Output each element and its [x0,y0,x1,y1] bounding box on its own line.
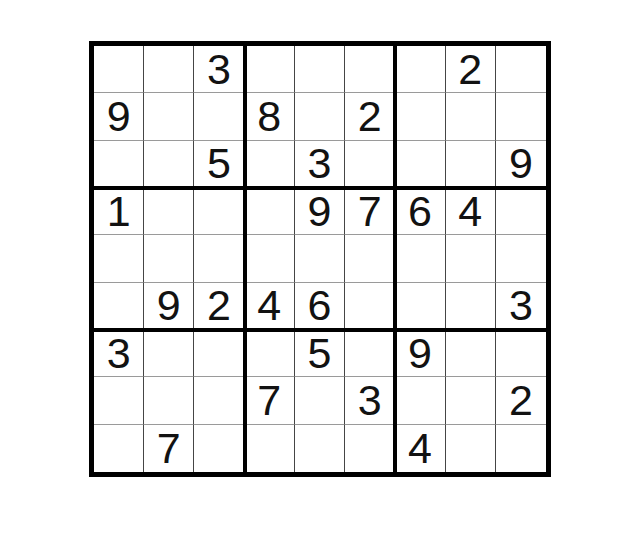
sudoku-cell-r4c8[interactable]: 4 [446,188,496,235]
sudoku-cell-r3c6[interactable] [345,141,395,188]
sudoku-cell-r5c4[interactable] [245,235,295,282]
sudoku-cell-r7c3[interactable] [194,330,244,377]
sudoku-cell-r6c8[interactable] [446,283,496,330]
sudoku-cell-r8c4[interactable]: 7 [245,377,295,424]
sudoku-cell-r8c6[interactable]: 3 [345,377,395,424]
sudoku-cell-r1c4[interactable] [245,46,295,93]
sudoku-cell-r6c3[interactable]: 2 [194,283,244,330]
sudoku-cell-r5c2[interactable] [144,235,194,282]
sudoku-cell-r1c9[interactable] [496,46,546,93]
sudoku-cell-r2c4[interactable]: 8 [245,93,295,140]
sudoku-board: 32982539197649246335973274 [89,41,551,477]
sudoku-cell-r4c3[interactable] [194,188,244,235]
sudoku-cell-r3c8[interactable] [446,141,496,188]
sudoku-cell-r9c3[interactable] [194,425,244,472]
sudoku-cell-r8c7[interactable] [395,377,445,424]
sudoku-cell-r2c1[interactable]: 9 [94,93,144,140]
sudoku-cell-r9c1[interactable] [94,425,144,472]
sudoku-cell-r5c3[interactable] [194,235,244,282]
sudoku-cell-r1c8[interactable]: 2 [446,46,496,93]
sudoku-cell-r6c9[interactable]: 3 [496,283,546,330]
sudoku-cell-r3c1[interactable] [94,141,144,188]
sudoku-cell-r7c7[interactable]: 9 [395,330,445,377]
sudoku-cell-r1c7[interactable] [395,46,445,93]
sudoku-cell-r5c9[interactable] [496,235,546,282]
box-divider-horizontal-1 [94,186,546,190]
sudoku-cell-r4c7[interactable]: 6 [395,188,445,235]
sudoku-cell-r9c4[interactable] [245,425,295,472]
sudoku-cell-r7c4[interactable] [245,330,295,377]
sudoku-cell-r2c9[interactable] [496,93,546,140]
sudoku-cell-r2c5[interactable] [295,93,345,140]
sudoku-cell-r3c7[interactable] [395,141,445,188]
sudoku-cell-r6c4[interactable]: 4 [245,283,295,330]
sudoku-cell-r9c9[interactable] [496,425,546,472]
sudoku-cell-r8c2[interactable] [144,377,194,424]
sudoku-cell-r5c8[interactable] [446,235,496,282]
sudoku-cell-r1c1[interactable] [94,46,144,93]
sudoku-cell-r7c1[interactable]: 3 [94,330,144,377]
sudoku-cell-r8c8[interactable] [446,377,496,424]
sudoku-cell-r8c5[interactable] [295,377,345,424]
sudoku-cell-r9c6[interactable] [345,425,395,472]
sudoku-cell-r1c2[interactable] [144,46,194,93]
sudoku-cell-r6c2[interactable]: 9 [144,283,194,330]
sudoku-cell-r4c2[interactable] [144,188,194,235]
sudoku-cell-r2c7[interactable] [395,93,445,140]
sudoku-cell-r1c6[interactable] [345,46,395,93]
sudoku-cell-r9c7[interactable]: 4 [395,425,445,472]
sudoku-cell-r8c1[interactable] [94,377,144,424]
sudoku-cell-r8c3[interactable] [194,377,244,424]
sudoku-cell-r9c5[interactable] [295,425,345,472]
sudoku-cell-r2c6[interactable]: 2 [345,93,395,140]
sudoku-cell-r5c5[interactable] [295,235,345,282]
sudoku-cell-r4c5[interactable]: 9 [295,188,345,235]
sudoku-cell-r9c8[interactable] [446,425,496,472]
sudoku-cell-r2c3[interactable] [194,93,244,140]
sudoku-cell-r3c3[interactable]: 5 [194,141,244,188]
sudoku-cell-r3c5[interactable]: 3 [295,141,345,188]
sudoku-cell-r6c7[interactable] [395,283,445,330]
sudoku-cell-r8c9[interactable]: 2 [496,377,546,424]
sudoku-cell-r6c1[interactable] [94,283,144,330]
sudoku-cell-r2c2[interactable] [144,93,194,140]
sudoku-cell-r6c6[interactable] [345,283,395,330]
sudoku-cell-r4c1[interactable]: 1 [94,188,144,235]
sudoku-cell-r3c2[interactable] [144,141,194,188]
sudoku-cell-r7c5[interactable]: 5 [295,330,345,377]
box-divider-vertical-1 [243,46,247,472]
sudoku-cell-r2c8[interactable] [446,93,496,140]
sudoku-cell-r5c1[interactable] [94,235,144,282]
sudoku-cell-r7c6[interactable] [345,330,395,377]
box-divider-vertical-2 [393,46,397,472]
sudoku-cell-r7c9[interactable] [496,330,546,377]
sudoku-cell-r4c6[interactable]: 7 [345,188,395,235]
sudoku-cell-r9c2[interactable]: 7 [144,425,194,472]
sudoku-cell-r1c3[interactable]: 3 [194,46,244,93]
sudoku-cell-r7c2[interactable] [144,330,194,377]
sudoku-cell-r1c5[interactable] [295,46,345,93]
sudoku-cell-r4c9[interactable] [496,188,546,235]
sudoku-cell-r5c7[interactable] [395,235,445,282]
sudoku-cell-r3c4[interactable] [245,141,295,188]
sudoku-cell-r4c4[interactable] [245,188,295,235]
sudoku-cell-r3c9[interactable]: 9 [496,141,546,188]
sudoku-cell-r6c5[interactable]: 6 [295,283,345,330]
sudoku-cell-r5c6[interactable] [345,235,395,282]
box-divider-horizontal-2 [94,328,546,332]
sudoku-cell-r7c8[interactable] [446,330,496,377]
